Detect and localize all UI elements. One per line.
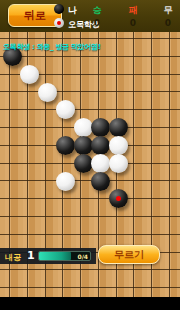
stone-black: [91, 136, 110, 155]
board-grid-hline: [0, 91, 180, 92]
undo-button[interactable]: 무르기: [98, 245, 160, 264]
stat-header-losses: 패: [122, 4, 144, 17]
stone-white: [109, 136, 128, 155]
last-move-marker: [116, 196, 121, 201]
stone-black: [74, 154, 93, 173]
stone-black: [109, 118, 128, 137]
stone-black: [56, 136, 75, 155]
stone-white: [74, 118, 93, 137]
stone-white: [20, 65, 39, 84]
stone-black: [74, 136, 93, 155]
stone-black: [91, 118, 110, 137]
player-name-me: 나: [68, 4, 77, 17]
board-grid-hline: [0, 269, 180, 270]
board-grid-hline: [0, 216, 180, 217]
stone-white: [91, 154, 110, 173]
stat-header-wins: 승: [86, 4, 108, 17]
board-grid-hline: [0, 180, 180, 181]
stone-white: [56, 172, 75, 191]
exp-progress-fill: [39, 252, 71, 260]
stat-value-losses: 0: [122, 18, 144, 28]
opponent-chat-message: 오목학생 : 와옹_ 방금 막았어염!: [3, 42, 179, 52]
stat-value-wins: 0: [86, 18, 108, 28]
bottom-black-bar: [0, 297, 180, 310]
black-stone-icon: [54, 4, 64, 14]
board-grid-hline: [0, 234, 180, 235]
exp-level-value: 1: [27, 249, 35, 262]
player-row-me: 나 승 패 무: [52, 3, 178, 16]
exp-label: 내공: [5, 252, 21, 263]
board-grid-vline: [169, 32, 170, 297]
stone-black-last-move: [109, 189, 128, 208]
board-grid-hline: [0, 109, 180, 110]
stone-white: [38, 83, 57, 102]
stat-value-draws: 0: [157, 18, 179, 28]
player-row-opponent: 오목학생 0 0 0: [52, 17, 178, 30]
stone-white: [109, 154, 128, 173]
board-grid-hline: [0, 38, 180, 39]
board-grid-hline: [0, 287, 180, 288]
board-grid-hline: [0, 198, 180, 199]
stat-header-draws: 무: [157, 4, 179, 17]
exp-progress-bar: 0/4: [38, 251, 91, 261]
board-grid-hline: [0, 56, 180, 57]
exp-strip: 내공 1 0/4: [0, 248, 96, 264]
stone-black: [91, 172, 110, 191]
turn-indicator-dot: [57, 21, 61, 25]
top-status-bar: 뒤로 나 승 패 무 오목학생 0 0 0: [0, 0, 180, 32]
exp-progress-text: 0/4: [77, 253, 88, 260]
stone-white: [56, 100, 75, 119]
white-stone-icon: [54, 18, 64, 28]
